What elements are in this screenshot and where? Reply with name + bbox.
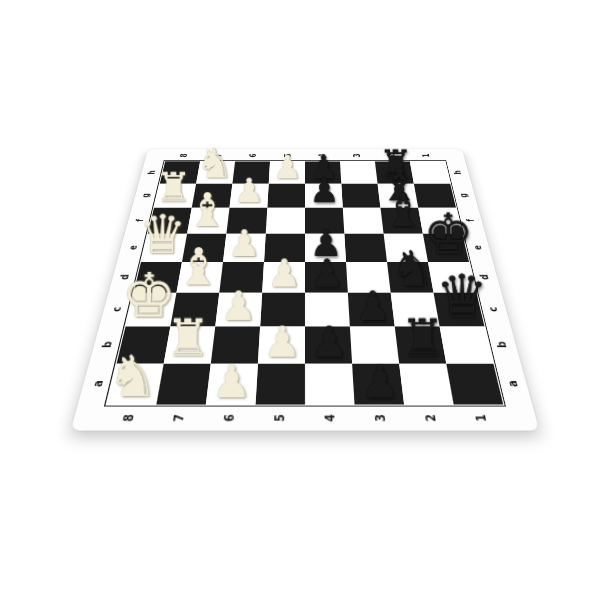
rank-label-bottom: 4 bbox=[305, 405, 356, 431]
board-square-d4[interactable]: ♟ bbox=[305, 262, 348, 293]
board-square-f5[interactable] bbox=[266, 208, 305, 234]
white-pawn-c6[interactable]: ♟ bbox=[220, 286, 257, 326]
board-square-g6[interactable]: ♟ bbox=[230, 184, 269, 208]
board-square-b4[interactable]: ♟ bbox=[305, 327, 352, 364]
board-square-a2[interactable] bbox=[399, 364, 453, 405]
rank-label-bottom: 1 bbox=[454, 405, 510, 431]
file-label-left-text: a bbox=[90, 380, 105, 387]
chess-mat: 87654321h♞♟♟♜hg♜♟♟♝gf♝♝fe♛♟♟♚ed♝♟♟♞dc♚♟♟… bbox=[71, 149, 540, 430]
rank-label-bottom: 6 bbox=[203, 405, 256, 431]
rank-label-bottom-text: 8 bbox=[121, 414, 136, 422]
file-label-right-text: a bbox=[505, 380, 520, 387]
board-square-g4[interactable]: ♟ bbox=[305, 184, 343, 208]
rank-label-bottom: 3 bbox=[355, 405, 408, 431]
rank-label-top: 3 bbox=[339, 149, 375, 161]
board-square-f3[interactable] bbox=[343, 208, 384, 234]
rank-label-bottom-text: 3 bbox=[373, 414, 387, 422]
board-square-a4[interactable] bbox=[305, 364, 355, 405]
board-square-h5[interactable]: ♟ bbox=[269, 161, 305, 183]
board-square-d5[interactable]: ♟ bbox=[262, 262, 305, 293]
rank-label-bottom-text: 4 bbox=[323, 414, 337, 422]
board-square-g3[interactable] bbox=[341, 184, 380, 208]
file-label-right-text: g bbox=[458, 193, 469, 197]
black-pawn-a3[interactable]: ♟ bbox=[359, 360, 399, 405]
board-square-d7[interactable]: ♝ bbox=[176, 262, 223, 293]
board-square-c6[interactable]: ♟ bbox=[215, 293, 262, 327]
board-square-b7[interactable]: ♜ bbox=[164, 327, 216, 364]
white-pawn-b5[interactable]: ♟ bbox=[262, 321, 300, 364]
rank-label-bottom: 7 bbox=[152, 405, 206, 431]
rank-label-bottom-text: 5 bbox=[273, 414, 287, 422]
black-knight-d2[interactable]: ♞ bbox=[390, 244, 434, 293]
rank-label-top-text: 1 bbox=[421, 153, 431, 157]
board-square-a5[interactable] bbox=[255, 364, 305, 405]
white-pawn-h5[interactable]: ♟ bbox=[272, 151, 301, 183]
board-square-a8[interactable]: ♞ bbox=[107, 364, 164, 405]
white-pawn-d5[interactable]: ♟ bbox=[266, 254, 301, 293]
rank-label-bottom: 5 bbox=[254, 405, 305, 431]
rank-label-bottom-text: 1 bbox=[474, 414, 489, 422]
board-square-e6[interactable]: ♟ bbox=[223, 234, 266, 262]
board-square-b2[interactable]: ♜ bbox=[395, 327, 447, 364]
mat-corner bbox=[442, 149, 465, 161]
white-pawn-g6[interactable]: ♟ bbox=[233, 174, 264, 208]
file-label-right: h bbox=[445, 161, 472, 183]
board-square-a3[interactable]: ♟ bbox=[352, 364, 404, 405]
board-square-a6[interactable]: ♟ bbox=[206, 364, 258, 405]
white-knight-h7[interactable]: ♞ bbox=[196, 143, 234, 184]
rank-label-top-text: 8 bbox=[179, 153, 189, 157]
black-pawn-g4[interactable]: ♟ bbox=[309, 174, 340, 208]
black-bishop-f2[interactable]: ♝ bbox=[382, 187, 425, 233]
black-pawn-c3[interactable]: ♟ bbox=[354, 286, 391, 326]
rank-label-top-text: 3 bbox=[352, 153, 362, 157]
rank-label-bottom: 8 bbox=[101, 405, 157, 431]
board-square-b5[interactable]: ♟ bbox=[258, 327, 305, 364]
white-bishop-d7[interactable]: ♝ bbox=[175, 242, 221, 293]
black-rook-b2[interactable]: ♜ bbox=[400, 313, 446, 364]
rank-label-top: 6 bbox=[235, 149, 271, 161]
board-square-e3[interactable] bbox=[344, 234, 387, 262]
board-square-f2[interactable]: ♝ bbox=[380, 208, 422, 234]
white-knight-a8[interactable]: ♞ bbox=[106, 347, 158, 404]
rank-label-top-text: 6 bbox=[248, 153, 258, 157]
file-label-right-text: h bbox=[453, 170, 464, 174]
file-label-left-text: g bbox=[141, 193, 152, 197]
board-square-d2[interactable]: ♞ bbox=[387, 262, 434, 293]
board-square-h3[interactable] bbox=[340, 161, 378, 183]
board-square-g5[interactable] bbox=[267, 184, 305, 208]
board-square-c3[interactable]: ♟ bbox=[348, 293, 395, 327]
white-pawn-a6[interactable]: ♟ bbox=[211, 360, 251, 405]
white-bishop-f7[interactable]: ♝ bbox=[186, 187, 229, 233]
file-label-right-text: b bbox=[495, 341, 509, 347]
black-pawn-b4[interactable]: ♟ bbox=[309, 321, 347, 364]
board-square-f7[interactable]: ♝ bbox=[187, 208, 229, 234]
white-pawn-e6[interactable]: ♟ bbox=[227, 225, 260, 262]
rank-label-bottom-text: 7 bbox=[172, 414, 187, 422]
rank-label-bottom: 2 bbox=[404, 405, 458, 431]
white-rook-b7[interactable]: ♜ bbox=[165, 313, 211, 364]
product-photo-background: { "game": "chess", "scene": "Angled over… bbox=[0, 0, 600, 600]
rank-label-bottom-text: 2 bbox=[424, 414, 439, 422]
board-square-h7[interactable]: ♞ bbox=[196, 161, 235, 183]
black-pawn-d4[interactable]: ♟ bbox=[309, 254, 344, 293]
rank-label-bottom-text: 6 bbox=[222, 414, 236, 422]
file-label-left-text: e bbox=[127, 245, 139, 250]
board-square-a7[interactable] bbox=[156, 364, 210, 405]
